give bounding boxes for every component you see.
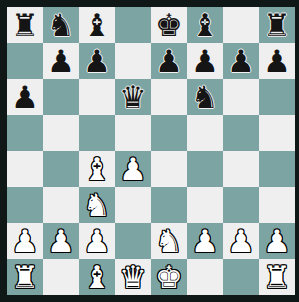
- square-h1[interactable]: ♜: [259, 259, 295, 295]
- piece-white-pawn: ♟: [11, 223, 39, 259]
- chess-board: ♜♞♝♚♝♜♟♟♟♟♟♟♟♛♞♝♟♞♟♟♟♞♟♟♟♜♝♛♚♜: [7, 7, 295, 295]
- piece-black-knight: ♞: [47, 7, 75, 43]
- square-d5[interactable]: [115, 115, 151, 151]
- square-c8[interactable]: ♝: [79, 7, 115, 43]
- square-g1[interactable]: [223, 259, 259, 295]
- square-h6[interactable]: [259, 79, 295, 115]
- square-a6[interactable]: ♟: [7, 79, 43, 115]
- square-g7[interactable]: ♟: [223, 43, 259, 79]
- piece-black-king: ♚: [155, 7, 183, 43]
- piece-white-rook: ♜: [11, 259, 39, 295]
- square-g4[interactable]: [223, 151, 259, 187]
- square-f4[interactable]: [187, 151, 223, 187]
- square-f1[interactable]: [187, 259, 223, 295]
- piece-black-pawn: ♟: [11, 79, 39, 115]
- square-h7[interactable]: ♟: [259, 43, 295, 79]
- square-c3[interactable]: ♞: [79, 187, 115, 223]
- square-c2[interactable]: ♟: [79, 223, 115, 259]
- piece-white-king: ♚: [155, 259, 183, 295]
- piece-white-knight: ♞: [83, 187, 111, 223]
- square-f3[interactable]: [187, 187, 223, 223]
- piece-black-rook: ♜: [11, 7, 39, 43]
- square-d4[interactable]: ♟: [115, 151, 151, 187]
- square-a8[interactable]: ♜: [7, 7, 43, 43]
- square-b4[interactable]: [43, 151, 79, 187]
- square-f5[interactable]: [187, 115, 223, 151]
- square-e1[interactable]: ♚: [151, 259, 187, 295]
- piece-black-pawn: ♟: [227, 43, 255, 79]
- square-c6[interactable]: [79, 79, 115, 115]
- piece-white-queen: ♛: [119, 259, 147, 295]
- square-a7[interactable]: [7, 43, 43, 79]
- square-f2[interactable]: ♟: [187, 223, 223, 259]
- piece-black-bishop: ♝: [83, 7, 111, 43]
- square-d6[interactable]: ♛: [115, 79, 151, 115]
- square-e3[interactable]: [151, 187, 187, 223]
- square-a3[interactable]: [7, 187, 43, 223]
- square-d2[interactable]: [115, 223, 151, 259]
- square-g2[interactable]: ♟: [223, 223, 259, 259]
- square-b3[interactable]: [43, 187, 79, 223]
- square-b8[interactable]: ♞: [43, 7, 79, 43]
- square-b2[interactable]: ♟: [43, 223, 79, 259]
- square-f7[interactable]: ♟: [187, 43, 223, 79]
- square-e2[interactable]: ♞: [151, 223, 187, 259]
- piece-black-bishop: ♝: [191, 7, 219, 43]
- piece-white-bishop: ♝: [83, 151, 111, 187]
- square-g5[interactable]: [223, 115, 259, 151]
- square-b1[interactable]: [43, 259, 79, 295]
- square-c7[interactable]: ♟: [79, 43, 115, 79]
- square-a1[interactable]: ♜: [7, 259, 43, 295]
- square-c1[interactable]: ♝: [79, 259, 115, 295]
- piece-black-rook: ♜: [263, 7, 291, 43]
- square-h8[interactable]: ♜: [259, 7, 295, 43]
- piece-white-rook: ♜: [263, 259, 291, 295]
- square-g6[interactable]: [223, 79, 259, 115]
- square-h4[interactable]: [259, 151, 295, 187]
- piece-black-pawn: ♟: [47, 43, 75, 79]
- square-h5[interactable]: [259, 115, 295, 151]
- square-d7[interactable]: [115, 43, 151, 79]
- square-b5[interactable]: [43, 115, 79, 151]
- piece-white-pawn: ♟: [263, 223, 291, 259]
- square-g8[interactable]: [223, 7, 259, 43]
- square-d1[interactable]: ♛: [115, 259, 151, 295]
- square-h3[interactable]: [259, 187, 295, 223]
- piece-white-pawn: ♟: [119, 151, 147, 187]
- piece-black-pawn: ♟: [155, 43, 183, 79]
- piece-white-pawn: ♟: [191, 223, 219, 259]
- square-e5[interactable]: [151, 115, 187, 151]
- square-a2[interactable]: ♟: [7, 223, 43, 259]
- square-a4[interactable]: [7, 151, 43, 187]
- square-d8[interactable]: [115, 7, 151, 43]
- chess-app-window: ♜♞♝♚♝♜♟♟♟♟♟♟♟♛♞♝♟♞♟♟♟♞♟♟♟♜♝♛♚♜: [0, 0, 299, 302]
- piece-black-pawn: ♟: [191, 43, 219, 79]
- square-b6[interactable]: [43, 79, 79, 115]
- piece-black-knight: ♞: [191, 79, 219, 115]
- square-c4[interactable]: ♝: [79, 151, 115, 187]
- piece-black-queen: ♛: [119, 79, 147, 115]
- piece-black-pawn: ♟: [83, 43, 111, 79]
- piece-black-pawn: ♟: [263, 43, 291, 79]
- square-f6[interactable]: ♞: [187, 79, 223, 115]
- square-b7[interactable]: ♟: [43, 43, 79, 79]
- square-e8[interactable]: ♚: [151, 7, 187, 43]
- square-f8[interactable]: ♝: [187, 7, 223, 43]
- piece-white-bishop: ♝: [83, 259, 111, 295]
- square-h2[interactable]: ♟: [259, 223, 295, 259]
- piece-white-pawn: ♟: [83, 223, 111, 259]
- piece-white-pawn: ♟: [47, 223, 75, 259]
- square-d3[interactable]: [115, 187, 151, 223]
- square-e4[interactable]: [151, 151, 187, 187]
- square-e7[interactable]: ♟: [151, 43, 187, 79]
- square-e6[interactable]: [151, 79, 187, 115]
- square-a5[interactable]: [7, 115, 43, 151]
- square-c5[interactable]: [79, 115, 115, 151]
- piece-white-pawn: ♟: [227, 223, 255, 259]
- piece-white-knight: ♞: [155, 223, 183, 259]
- square-g3[interactable]: [223, 187, 259, 223]
